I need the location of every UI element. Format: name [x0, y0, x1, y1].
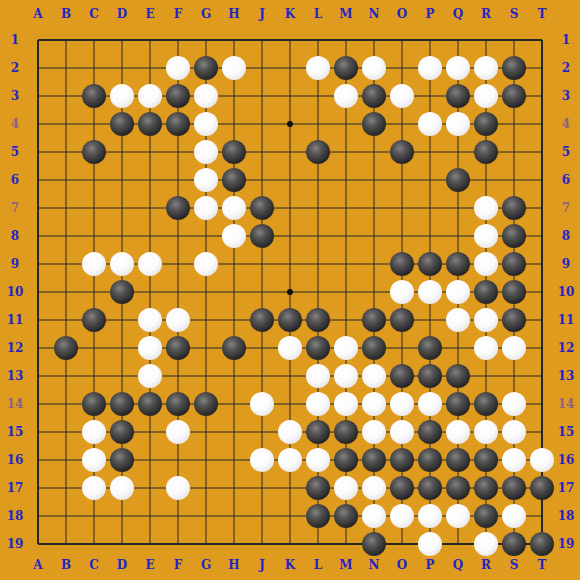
point-n17[interactable] [360, 474, 388, 502]
white-stone-r11[interactable] [474, 308, 498, 332]
point-s9[interactable] [500, 250, 528, 278]
point-d10[interactable] [108, 278, 136, 306]
point-g3[interactable] [192, 82, 220, 110]
point-t16[interactable] [528, 446, 556, 474]
point-j8[interactable] [248, 222, 276, 250]
black-stone-r16[interactable] [474, 448, 498, 472]
point-e14[interactable] [136, 390, 164, 418]
point-m13[interactable] [332, 362, 360, 390]
point-m8[interactable] [332, 222, 360, 250]
point-c18[interactable] [80, 502, 108, 530]
point-l8[interactable] [304, 222, 332, 250]
point-c12[interactable] [80, 334, 108, 362]
point-l9[interactable] [304, 250, 332, 278]
point-l17[interactable] [304, 474, 332, 502]
point-o14[interactable] [388, 390, 416, 418]
point-h18[interactable] [220, 502, 248, 530]
point-l7[interactable] [304, 194, 332, 222]
point-f5[interactable] [164, 138, 192, 166]
point-g12[interactable] [192, 334, 220, 362]
point-k9[interactable] [276, 250, 304, 278]
point-n11[interactable] [360, 306, 388, 334]
point-o18[interactable] [388, 502, 416, 530]
point-t7[interactable] [528, 194, 556, 222]
white-stone-s14[interactable] [502, 392, 526, 416]
white-stone-n18[interactable] [362, 504, 386, 528]
point-p13[interactable] [416, 362, 444, 390]
white-stone-q11[interactable] [446, 308, 470, 332]
point-c9[interactable] [80, 250, 108, 278]
point-r18[interactable] [472, 502, 500, 530]
point-m9[interactable] [332, 250, 360, 278]
black-stone-o17[interactable] [390, 476, 414, 500]
point-h11[interactable] [220, 306, 248, 334]
point-s17[interactable] [500, 474, 528, 502]
point-b5[interactable] [52, 138, 80, 166]
point-p3[interactable] [416, 82, 444, 110]
point-t8[interactable] [528, 222, 556, 250]
white-stone-h2[interactable] [222, 56, 246, 80]
point-d15[interactable] [108, 418, 136, 446]
white-stone-o14[interactable] [390, 392, 414, 416]
black-stone-m2[interactable] [334, 56, 358, 80]
white-stone-e12[interactable] [138, 336, 162, 360]
point-g8[interactable] [192, 222, 220, 250]
point-g6[interactable] [192, 166, 220, 194]
black-stone-s2[interactable] [502, 56, 526, 80]
point-d9[interactable] [108, 250, 136, 278]
black-stone-t19[interactable] [530, 532, 554, 556]
point-c4[interactable] [80, 110, 108, 138]
white-stone-s18[interactable] [502, 504, 526, 528]
point-e4[interactable] [136, 110, 164, 138]
point-f11[interactable] [164, 306, 192, 334]
black-stone-e4[interactable] [138, 112, 162, 136]
point-h12[interactable] [220, 334, 248, 362]
point-m7[interactable] [332, 194, 360, 222]
point-q11[interactable] [444, 306, 472, 334]
point-f15[interactable] [164, 418, 192, 446]
point-k7[interactable] [276, 194, 304, 222]
point-b7[interactable] [52, 194, 80, 222]
point-o5[interactable] [388, 138, 416, 166]
point-f8[interactable] [164, 222, 192, 250]
point-k3[interactable] [276, 82, 304, 110]
point-g10[interactable] [192, 278, 220, 306]
point-h16[interactable] [220, 446, 248, 474]
point-k8[interactable] [276, 222, 304, 250]
point-p4[interactable] [416, 110, 444, 138]
point-e17[interactable] [136, 474, 164, 502]
point-c16[interactable] [80, 446, 108, 474]
black-stone-f3[interactable] [166, 84, 190, 108]
point-o15[interactable] [388, 418, 416, 446]
point-j17[interactable] [248, 474, 276, 502]
black-stone-f7[interactable] [166, 196, 190, 220]
point-q6[interactable] [444, 166, 472, 194]
point-e1[interactable] [136, 26, 164, 54]
white-stone-c15[interactable] [82, 420, 106, 444]
point-c5[interactable] [80, 138, 108, 166]
white-stone-t16[interactable] [530, 448, 554, 472]
point-f17[interactable] [164, 474, 192, 502]
black-stone-b12[interactable] [54, 336, 78, 360]
point-k14[interactable] [276, 390, 304, 418]
point-m2[interactable] [332, 54, 360, 82]
point-t15[interactable] [528, 418, 556, 446]
white-stone-p14[interactable] [418, 392, 442, 416]
point-e6[interactable] [136, 166, 164, 194]
point-q18[interactable] [444, 502, 472, 530]
point-c8[interactable] [80, 222, 108, 250]
point-s2[interactable] [500, 54, 528, 82]
point-h8[interactable] [220, 222, 248, 250]
point-e9[interactable] [136, 250, 164, 278]
white-stone-j14[interactable] [250, 392, 274, 416]
black-stone-n19[interactable] [362, 532, 386, 556]
white-stone-p4[interactable] [418, 112, 442, 136]
point-a9[interactable] [24, 250, 52, 278]
black-stone-s17[interactable] [502, 476, 526, 500]
point-s19[interactable] [500, 530, 528, 558]
point-k19[interactable] [276, 530, 304, 558]
point-r11[interactable] [472, 306, 500, 334]
black-stone-l17[interactable] [306, 476, 330, 500]
black-stone-c3[interactable] [82, 84, 106, 108]
point-j7[interactable] [248, 194, 276, 222]
point-p5[interactable] [416, 138, 444, 166]
point-g1[interactable] [192, 26, 220, 54]
point-a10[interactable] [24, 278, 52, 306]
point-d2[interactable] [108, 54, 136, 82]
point-n14[interactable] [360, 390, 388, 418]
point-r5[interactable] [472, 138, 500, 166]
white-stone-g6[interactable] [194, 168, 218, 192]
point-j11[interactable] [248, 306, 276, 334]
black-stone-q9[interactable] [446, 252, 470, 276]
white-stone-f17[interactable] [166, 476, 190, 500]
point-m11[interactable] [332, 306, 360, 334]
point-f7[interactable] [164, 194, 192, 222]
point-h19[interactable] [220, 530, 248, 558]
point-s13[interactable] [500, 362, 528, 390]
point-t3[interactable] [528, 82, 556, 110]
point-r13[interactable] [472, 362, 500, 390]
point-t13[interactable] [528, 362, 556, 390]
point-a8[interactable] [24, 222, 52, 250]
white-stone-c16[interactable] [82, 448, 106, 472]
point-q12[interactable] [444, 334, 472, 362]
white-stone-s12[interactable] [502, 336, 526, 360]
point-e11[interactable] [136, 306, 164, 334]
point-n9[interactable] [360, 250, 388, 278]
point-q2[interactable] [444, 54, 472, 82]
point-a5[interactable] [24, 138, 52, 166]
point-d14[interactable] [108, 390, 136, 418]
point-a4[interactable] [24, 110, 52, 138]
black-stone-s11[interactable] [502, 308, 526, 332]
point-d4[interactable] [108, 110, 136, 138]
point-a2[interactable] [24, 54, 52, 82]
black-stone-h6[interactable] [222, 168, 246, 192]
point-l6[interactable] [304, 166, 332, 194]
black-stone-p16[interactable] [418, 448, 442, 472]
point-h14[interactable] [220, 390, 248, 418]
point-l13[interactable] [304, 362, 332, 390]
point-f10[interactable] [164, 278, 192, 306]
black-stone-k11[interactable] [278, 308, 302, 332]
point-o11[interactable] [388, 306, 416, 334]
white-stone-e11[interactable] [138, 308, 162, 332]
point-k5[interactable] [276, 138, 304, 166]
point-f14[interactable] [164, 390, 192, 418]
black-stone-c11[interactable] [82, 308, 106, 332]
point-p2[interactable] [416, 54, 444, 82]
point-k2[interactable] [276, 54, 304, 82]
point-o10[interactable] [388, 278, 416, 306]
point-p1[interactable] [416, 26, 444, 54]
point-j16[interactable] [248, 446, 276, 474]
go-board[interactable]: ABCDEFGHJKLMNOPQRST ABCDEFGHJKLMNOPQRST … [0, 0, 580, 580]
point-f1[interactable] [164, 26, 192, 54]
black-stone-j8[interactable] [250, 224, 274, 248]
point-g18[interactable] [192, 502, 220, 530]
point-n18[interactable] [360, 502, 388, 530]
white-stone-p18[interactable] [418, 504, 442, 528]
white-stone-g4[interactable] [194, 112, 218, 136]
white-stone-q15[interactable] [446, 420, 470, 444]
point-a14[interactable] [24, 390, 52, 418]
white-stone-l13[interactable] [306, 364, 330, 388]
point-j2[interactable] [248, 54, 276, 82]
point-a16[interactable] [24, 446, 52, 474]
point-d11[interactable] [108, 306, 136, 334]
point-p17[interactable] [416, 474, 444, 502]
point-s11[interactable] [500, 306, 528, 334]
black-stone-n4[interactable] [362, 112, 386, 136]
white-stone-h8[interactable] [222, 224, 246, 248]
white-stone-s16[interactable] [502, 448, 526, 472]
white-stone-g5[interactable] [194, 140, 218, 164]
point-f18[interactable] [164, 502, 192, 530]
point-b17[interactable] [52, 474, 80, 502]
black-stone-o5[interactable] [390, 140, 414, 164]
point-k16[interactable] [276, 446, 304, 474]
point-r4[interactable] [472, 110, 500, 138]
point-l19[interactable] [304, 530, 332, 558]
point-t14[interactable] [528, 390, 556, 418]
point-r17[interactable] [472, 474, 500, 502]
black-stone-q16[interactable] [446, 448, 470, 472]
point-m18[interactable] [332, 502, 360, 530]
point-q15[interactable] [444, 418, 472, 446]
point-b6[interactable] [52, 166, 80, 194]
point-q10[interactable] [444, 278, 472, 306]
point-c15[interactable] [80, 418, 108, 446]
point-j3[interactable] [248, 82, 276, 110]
point-k11[interactable] [276, 306, 304, 334]
point-l2[interactable] [304, 54, 332, 82]
point-a11[interactable] [24, 306, 52, 334]
point-j18[interactable] [248, 502, 276, 530]
point-d1[interactable] [108, 26, 136, 54]
black-stone-l5[interactable] [306, 140, 330, 164]
white-stone-r12[interactable] [474, 336, 498, 360]
point-b11[interactable] [52, 306, 80, 334]
point-s16[interactable] [500, 446, 528, 474]
white-stone-f2[interactable] [166, 56, 190, 80]
point-o16[interactable] [388, 446, 416, 474]
white-stone-c17[interactable] [82, 476, 106, 500]
point-t18[interactable] [528, 502, 556, 530]
point-q19[interactable] [444, 530, 472, 558]
point-g16[interactable] [192, 446, 220, 474]
point-p14[interactable] [416, 390, 444, 418]
point-a18[interactable] [24, 502, 52, 530]
point-j5[interactable] [248, 138, 276, 166]
point-s7[interactable] [500, 194, 528, 222]
point-t17[interactable] [528, 474, 556, 502]
point-c11[interactable] [80, 306, 108, 334]
point-l15[interactable] [304, 418, 332, 446]
black-stone-g14[interactable] [194, 392, 218, 416]
point-e8[interactable] [136, 222, 164, 250]
black-stone-c5[interactable] [82, 140, 106, 164]
black-stone-s10[interactable] [502, 280, 526, 304]
point-m4[interactable] [332, 110, 360, 138]
point-l4[interactable] [304, 110, 332, 138]
point-h1[interactable] [220, 26, 248, 54]
point-r8[interactable] [472, 222, 500, 250]
point-q4[interactable] [444, 110, 472, 138]
black-stone-e14[interactable] [138, 392, 162, 416]
white-stone-p10[interactable] [418, 280, 442, 304]
point-b9[interactable] [52, 250, 80, 278]
white-stone-p2[interactable] [418, 56, 442, 80]
point-o1[interactable] [388, 26, 416, 54]
point-h9[interactable] [220, 250, 248, 278]
point-g9[interactable] [192, 250, 220, 278]
point-t6[interactable] [528, 166, 556, 194]
point-h4[interactable] [220, 110, 248, 138]
white-stone-g7[interactable] [194, 196, 218, 220]
point-n6[interactable] [360, 166, 388, 194]
white-stone-n13[interactable] [362, 364, 386, 388]
point-c14[interactable] [80, 390, 108, 418]
white-stone-m14[interactable] [334, 392, 358, 416]
point-t11[interactable] [528, 306, 556, 334]
white-stone-m17[interactable] [334, 476, 358, 500]
point-t10[interactable] [528, 278, 556, 306]
point-e18[interactable] [136, 502, 164, 530]
black-stone-o11[interactable] [390, 308, 414, 332]
point-s5[interactable] [500, 138, 528, 166]
white-stone-l14[interactable] [306, 392, 330, 416]
point-f13[interactable] [164, 362, 192, 390]
point-q9[interactable] [444, 250, 472, 278]
white-stone-o10[interactable] [390, 280, 414, 304]
point-j15[interactable] [248, 418, 276, 446]
point-k1[interactable] [276, 26, 304, 54]
white-stone-f15[interactable] [166, 420, 190, 444]
white-stone-g3[interactable] [194, 84, 218, 108]
point-f2[interactable] [164, 54, 192, 82]
point-n8[interactable] [360, 222, 388, 250]
point-f3[interactable] [164, 82, 192, 110]
black-stone-o9[interactable] [390, 252, 414, 276]
point-l12[interactable] [304, 334, 332, 362]
black-stone-q14[interactable] [446, 392, 470, 416]
point-q7[interactable] [444, 194, 472, 222]
white-stone-o15[interactable] [390, 420, 414, 444]
white-stone-e9[interactable] [138, 252, 162, 276]
point-k6[interactable] [276, 166, 304, 194]
black-stone-m15[interactable] [334, 420, 358, 444]
black-stone-q17[interactable] [446, 476, 470, 500]
black-stone-t17[interactable] [530, 476, 554, 500]
white-stone-o3[interactable] [390, 84, 414, 108]
point-d19[interactable] [108, 530, 136, 558]
point-m5[interactable] [332, 138, 360, 166]
point-j13[interactable] [248, 362, 276, 390]
point-f6[interactable] [164, 166, 192, 194]
point-h13[interactable] [220, 362, 248, 390]
black-stone-h12[interactable] [222, 336, 246, 360]
point-f19[interactable] [164, 530, 192, 558]
point-j1[interactable] [248, 26, 276, 54]
point-r14[interactable] [472, 390, 500, 418]
point-a7[interactable] [24, 194, 52, 222]
black-stone-n16[interactable] [362, 448, 386, 472]
point-s4[interactable] [500, 110, 528, 138]
black-stone-q13[interactable] [446, 364, 470, 388]
black-stone-h5[interactable] [222, 140, 246, 164]
white-stone-n14[interactable] [362, 392, 386, 416]
point-s12[interactable] [500, 334, 528, 362]
point-q17[interactable] [444, 474, 472, 502]
point-r2[interactable] [472, 54, 500, 82]
black-stone-d14[interactable] [110, 392, 134, 416]
point-f9[interactable] [164, 250, 192, 278]
point-l3[interactable] [304, 82, 332, 110]
point-e13[interactable] [136, 362, 164, 390]
point-o3[interactable] [388, 82, 416, 110]
point-g15[interactable] [192, 418, 220, 446]
point-j14[interactable] [248, 390, 276, 418]
point-e15[interactable] [136, 418, 164, 446]
white-stone-q4[interactable] [446, 112, 470, 136]
black-stone-r17[interactable] [474, 476, 498, 500]
point-h17[interactable] [220, 474, 248, 502]
point-p7[interactable] [416, 194, 444, 222]
black-stone-p9[interactable] [418, 252, 442, 276]
point-s15[interactable] [500, 418, 528, 446]
point-k12[interactable] [276, 334, 304, 362]
point-s6[interactable] [500, 166, 528, 194]
point-d13[interactable] [108, 362, 136, 390]
point-r6[interactable] [472, 166, 500, 194]
point-b13[interactable] [52, 362, 80, 390]
white-stone-r8[interactable] [474, 224, 498, 248]
white-stone-n2[interactable] [362, 56, 386, 80]
point-t19[interactable] [528, 530, 556, 558]
point-p8[interactable] [416, 222, 444, 250]
point-a1[interactable] [24, 26, 52, 54]
white-stone-k16[interactable] [278, 448, 302, 472]
point-k4[interactable] [276, 110, 304, 138]
point-k17[interactable] [276, 474, 304, 502]
point-c1[interactable] [80, 26, 108, 54]
